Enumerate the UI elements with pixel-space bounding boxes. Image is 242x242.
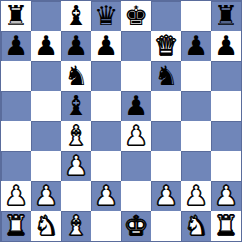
square-f2[interactable]: ♟ — [151, 181, 181, 211]
piece-white-rook[interactable]: ♜ — [4, 211, 28, 241]
square-h5[interactable] — [211, 91, 241, 121]
piece-black-pawn[interactable]: ♟ — [64, 31, 88, 61]
piece-black-rook[interactable]: ♜ — [214, 1, 238, 31]
square-d4[interactable] — [91, 121, 121, 151]
piece-black-pawn[interactable]: ♟ — [4, 31, 28, 61]
square-a6[interactable] — [1, 61, 31, 91]
square-g6[interactable] — [181, 61, 211, 91]
square-h2[interactable]: ♟ — [211, 181, 241, 211]
piece-white-king[interactable]: ♚ — [124, 211, 148, 241]
piece-black-knight[interactable]: ♞ — [64, 61, 88, 91]
square-h1[interactable]: ♜ — [211, 211, 241, 241]
square-e5[interactable]: ♟ — [121, 91, 151, 121]
square-g8[interactable] — [181, 1, 211, 31]
piece-black-pawn[interactable]: ♟ — [94, 31, 118, 61]
square-d1[interactable] — [91, 211, 121, 241]
piece-white-rook[interactable]: ♜ — [214, 211, 238, 241]
square-g5[interactable] — [181, 91, 211, 121]
square-e7[interactable] — [121, 31, 151, 61]
square-f5[interactable] — [151, 91, 181, 121]
square-c3[interactable]: ♟ — [61, 151, 91, 181]
square-b3[interactable] — [31, 151, 61, 181]
square-c5[interactable]: ♝ — [61, 91, 91, 121]
square-f4[interactable] — [151, 121, 181, 151]
square-b6[interactable] — [31, 61, 61, 91]
piece-white-queen[interactable]: ♛ — [154, 31, 178, 61]
chess-board: ♜♝♛♚♜♟♟♟♟♛♟♟♞♞♝♟♝♟♟♟♟♟♟♟♟♜♞♝♚♞♜ — [0, 0, 242, 242]
square-f3[interactable] — [151, 151, 181, 181]
piece-white-bishop[interactable]: ♝ — [64, 211, 88, 241]
square-h6[interactable] — [211, 61, 241, 91]
square-e3[interactable] — [121, 151, 151, 181]
square-e2[interactable] — [121, 181, 151, 211]
piece-white-pawn[interactable]: ♟ — [4, 181, 28, 211]
square-c6[interactable]: ♞ — [61, 61, 91, 91]
square-a5[interactable] — [1, 91, 31, 121]
square-b4[interactable] — [31, 121, 61, 151]
square-g2[interactable]: ♟ — [181, 181, 211, 211]
square-h7[interactable]: ♟ — [211, 31, 241, 61]
piece-black-rook[interactable]: ♜ — [4, 1, 28, 31]
square-e4[interactable]: ♟ — [121, 121, 151, 151]
piece-black-pawn[interactable]: ♟ — [214, 31, 238, 61]
square-g4[interactable] — [181, 121, 211, 151]
piece-black-pawn[interactable]: ♟ — [124, 91, 148, 121]
piece-black-pawn[interactable]: ♟ — [184, 31, 208, 61]
square-f6[interactable]: ♞ — [151, 61, 181, 91]
square-b7[interactable]: ♟ — [31, 31, 61, 61]
piece-black-bishop[interactable]: ♝ — [64, 1, 88, 31]
square-b1[interactable]: ♞ — [31, 211, 61, 241]
piece-white-knight[interactable]: ♞ — [34, 211, 58, 241]
square-a1[interactable]: ♜ — [1, 211, 31, 241]
square-d2[interactable]: ♟ — [91, 181, 121, 211]
square-d5[interactable] — [91, 91, 121, 121]
square-h8[interactable]: ♜ — [211, 1, 241, 31]
piece-black-pawn[interactable]: ♟ — [34, 31, 58, 61]
piece-white-pawn[interactable]: ♟ — [214, 181, 238, 211]
square-b8[interactable] — [31, 1, 61, 31]
square-f8[interactable] — [151, 1, 181, 31]
square-b5[interactable] — [31, 91, 61, 121]
square-d8[interactable]: ♛ — [91, 1, 121, 31]
piece-black-knight[interactable]: ♞ — [154, 61, 178, 91]
piece-black-king[interactable]: ♚ — [124, 1, 148, 31]
square-a3[interactable] — [1, 151, 31, 181]
square-d7[interactable]: ♟ — [91, 31, 121, 61]
square-e1[interactable]: ♚ — [121, 211, 151, 241]
square-c7[interactable]: ♟ — [61, 31, 91, 61]
piece-white-pawn[interactable]: ♟ — [124, 121, 148, 151]
square-a8[interactable]: ♜ — [1, 1, 31, 31]
square-c4[interactable]: ♝ — [61, 121, 91, 151]
square-f7[interactable]: ♛ — [151, 31, 181, 61]
piece-white-pawn[interactable]: ♟ — [34, 181, 58, 211]
piece-black-queen[interactable]: ♛ — [94, 1, 118, 31]
piece-white-pawn[interactable]: ♟ — [94, 181, 118, 211]
square-g1[interactable]: ♞ — [181, 211, 211, 241]
square-f1[interactable] — [151, 211, 181, 241]
square-h4[interactable] — [211, 121, 241, 151]
square-d3[interactable] — [91, 151, 121, 181]
piece-white-bishop[interactable]: ♝ — [64, 121, 88, 151]
piece-white-pawn[interactable]: ♟ — [64, 151, 88, 181]
square-d6[interactable] — [91, 61, 121, 91]
square-e6[interactable] — [121, 61, 151, 91]
piece-black-bishop[interactable]: ♝ — [64, 91, 88, 121]
square-a4[interactable] — [1, 121, 31, 151]
square-e8[interactable]: ♚ — [121, 1, 151, 31]
piece-white-pawn[interactable]: ♟ — [154, 181, 178, 211]
square-h3[interactable] — [211, 151, 241, 181]
square-g7[interactable]: ♟ — [181, 31, 211, 61]
square-a2[interactable]: ♟ — [1, 181, 31, 211]
square-a7[interactable]: ♟ — [1, 31, 31, 61]
piece-white-pawn[interactable]: ♟ — [184, 181, 208, 211]
square-c8[interactable]: ♝ — [61, 1, 91, 31]
square-g3[interactable] — [181, 151, 211, 181]
square-c1[interactable]: ♝ — [61, 211, 91, 241]
piece-white-knight[interactable]: ♞ — [184, 211, 208, 241]
square-b2[interactable]: ♟ — [31, 181, 61, 211]
square-c2[interactable] — [61, 181, 91, 211]
